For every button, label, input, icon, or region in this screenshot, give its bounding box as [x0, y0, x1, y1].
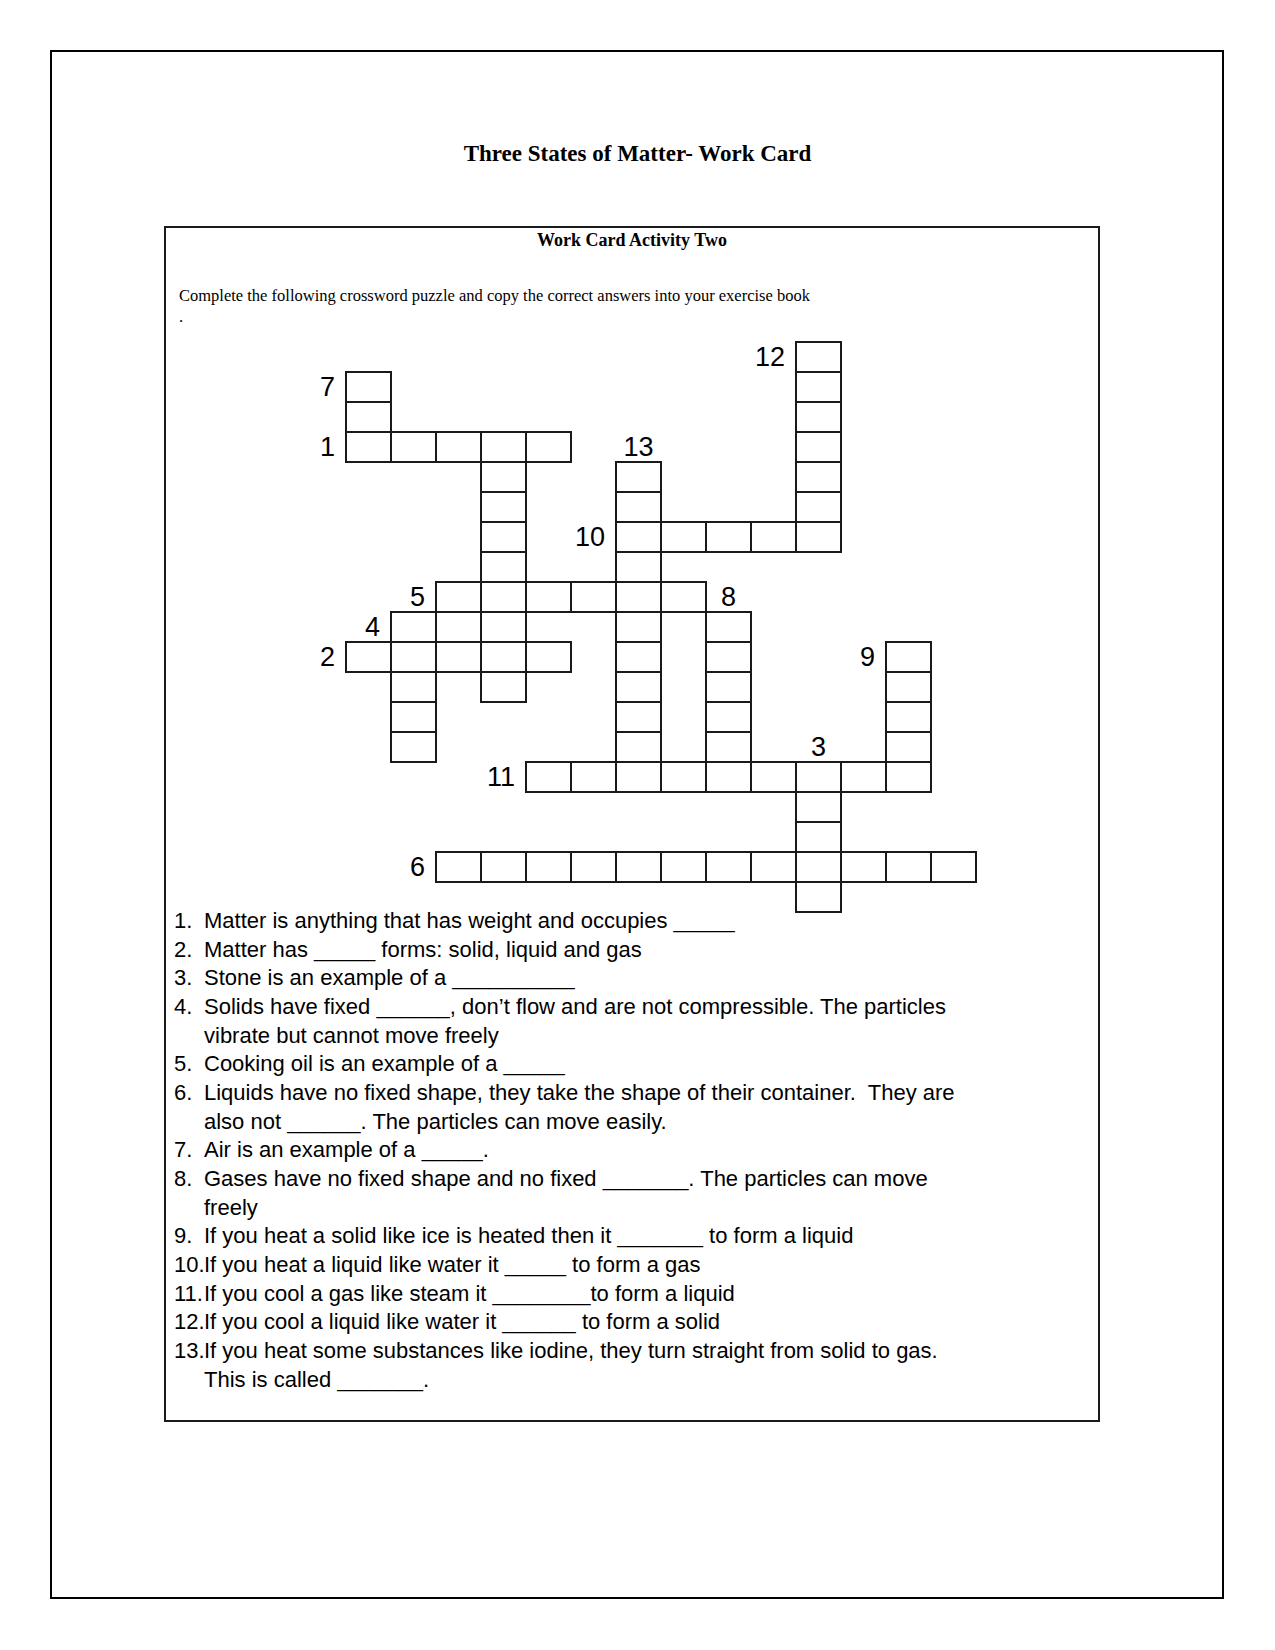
clue-item: 5.Cooking oil is an example of a _____: [174, 1050, 1100, 1079]
crossword-cell[interactable]: [345, 371, 392, 403]
crossword-cell[interactable]: [615, 701, 662, 733]
crossword-cell[interactable]: [795, 821, 842, 853]
clue-number: 12.: [174, 1308, 204, 1337]
crossword-cell[interactable]: [705, 761, 752, 793]
clue-number-label: 7: [289, 372, 335, 402]
clue-item: 13.If you heat some substances like iodi…: [174, 1337, 1100, 1394]
clue-item: 4.Solids have fixed ______, don’t flow a…: [174, 993, 1100, 1050]
crossword-cell[interactable]: [615, 491, 662, 523]
clue-text: Liquids have no fixed shape, they take t…: [204, 1079, 1100, 1136]
clue-number-label: 1: [289, 432, 335, 462]
crossword-cell[interactable]: [795, 461, 842, 493]
crossword-cell[interactable]: [930, 851, 977, 883]
crossword-cell[interactable]: [480, 641, 527, 673]
clue-item: 6.Liquids have no fixed shape, they take…: [174, 1079, 1100, 1136]
crossword-cell[interactable]: [615, 521, 662, 553]
crossword-corridor[interactable]: [660, 611, 707, 763]
crossword-cell[interactable]: [705, 521, 752, 553]
clue-number-label: 11: [469, 762, 515, 792]
clue-text: Gases have no fixed shape and no fixed _…: [204, 1165, 1100, 1222]
clue-text: If you heat some substances like iodine,…: [204, 1337, 1100, 1394]
clue-item: 11.If you cool a gas like steam it _____…: [174, 1280, 1100, 1309]
clue-line: If you cool a gas like steam it ________…: [204, 1280, 1100, 1309]
crossword-cell[interactable]: [885, 851, 932, 883]
crossword-cell[interactable]: [615, 761, 662, 793]
clue-item: 3.Stone is an example of a __________: [174, 964, 1100, 993]
clue-item: 9.If you heat a solid like ice is heated…: [174, 1222, 1100, 1251]
crossword-cell[interactable]: [390, 611, 437, 643]
clue-item: 8.Gases have no fixed shape and no fixed…: [174, 1165, 1100, 1222]
clue-text: Air is an example of a _____.: [204, 1136, 1100, 1165]
crossword-cell[interactable]: [480, 851, 527, 883]
clue-number-label: 3: [795, 734, 842, 760]
crossword-cell[interactable]: [705, 851, 752, 883]
clue-line: If you heat a liquid like water it _____…: [204, 1251, 1100, 1280]
clue-number-label: 6: [379, 852, 425, 882]
clue-line: freely: [204, 1194, 1100, 1223]
crossword-cell[interactable]: [705, 671, 752, 703]
crossword-cell[interactable]: [525, 581, 572, 613]
clue-text: If you heat a solid like ice is heated t…: [204, 1222, 1100, 1251]
crossword-cell[interactable]: [795, 791, 842, 823]
crossword-cell[interactable]: [435, 431, 482, 463]
crossword-cell[interactable]: [885, 731, 932, 763]
crossword-cell[interactable]: [525, 431, 572, 463]
clue-text: Matter has _____ forms: solid, liquid an…: [204, 936, 1100, 965]
instruction-text: Complete the following crossword puzzle …: [179, 286, 810, 306]
clue-number-label: 4: [334, 612, 380, 642]
clue-line: If you heat a solid like ice is heated t…: [204, 1222, 1100, 1251]
clue-number-label: 10: [559, 522, 605, 552]
clue-number: 6.: [174, 1079, 204, 1136]
crossword-cell[interactable]: [885, 641, 932, 673]
crossword-cell[interactable]: [615, 461, 662, 493]
crossword-cell[interactable]: [480, 521, 527, 553]
crossword-cell[interactable]: [615, 731, 662, 763]
clue-text: Solids have fixed ______, don’t flow and…: [204, 993, 1100, 1050]
clue-item: 1.Matter is anything that has weight and…: [174, 907, 1100, 936]
crossword-cell[interactable]: [750, 521, 797, 553]
crossword-cell[interactable]: [660, 761, 707, 793]
crossword-cell[interactable]: [705, 611, 752, 643]
crossword-cell[interactable]: [615, 851, 662, 883]
crossword-cell[interactable]: [615, 551, 662, 583]
clue-number: 1.: [174, 907, 204, 936]
clue-number: 13.: [174, 1337, 204, 1394]
card-title: Work Card Activity Two: [164, 230, 1100, 251]
clue-line: This is called _______.: [204, 1366, 1100, 1395]
crossword-cell[interactable]: [615, 671, 662, 703]
clue-line: Stone is an example of a __________: [204, 964, 1100, 993]
crossword-cell[interactable]: [390, 671, 437, 703]
crossword-cell[interactable]: [390, 701, 437, 733]
instruction-period: .: [179, 307, 183, 327]
crossword-cell[interactable]: [885, 761, 932, 793]
crossword-cell[interactable]: [660, 581, 707, 613]
clue-number-label: 13: [615, 434, 662, 460]
crossword-cell[interactable]: [795, 431, 842, 463]
crossword-cell[interactable]: [750, 761, 797, 793]
clue-number-label: 2: [289, 642, 335, 672]
clue-number-label: 8: [705, 584, 752, 610]
crossword-cell[interactable]: [570, 761, 617, 793]
crossword-cell[interactable]: [480, 431, 527, 463]
crossword-cell[interactable]: [390, 731, 437, 763]
clue-text: Matter is anything that has weight and o…: [204, 907, 1100, 936]
crossword-cell[interactable]: [615, 581, 662, 613]
crossword-cell[interactable]: [705, 701, 752, 733]
clue-line: also not ______. The particles can move …: [204, 1108, 1100, 1137]
clue-number: 10.: [174, 1251, 204, 1280]
clue-text: If you cool a liquid like water it _____…: [204, 1308, 1100, 1337]
clue-number: 5.: [174, 1050, 204, 1079]
clue-number: 2.: [174, 936, 204, 965]
crossword-cell[interactable]: [435, 581, 482, 613]
crossword-cell[interactable]: [795, 401, 842, 433]
clue-list: 1.Matter is anything that has weight and…: [174, 907, 1100, 1394]
crossword-cell[interactable]: [840, 761, 887, 793]
clue-line: Cooking oil is an example of a _____: [204, 1050, 1100, 1079]
crossword-cell[interactable]: [795, 521, 842, 553]
crossword-cell[interactable]: [795, 341, 842, 373]
crossword-cell[interactable]: [570, 581, 617, 613]
crossword-cell[interactable]: [345, 431, 392, 463]
clue-line: Matter is anything that has weight and o…: [204, 907, 1100, 936]
clue-text: Cooking oil is an example of a _____: [204, 1050, 1100, 1079]
clue-number: 8.: [174, 1165, 204, 1222]
crossword-cell[interactable]: [840, 851, 887, 883]
crossword-cell[interactable]: [525, 761, 572, 793]
crossword-cell[interactable]: [660, 521, 707, 553]
clue-line: If you heat some substances like iodine,…: [204, 1337, 1100, 1366]
crossword-cell[interactable]: [525, 851, 572, 883]
crossword-cell[interactable]: [705, 641, 752, 673]
crossword-cell[interactable]: [885, 701, 932, 733]
clue-number-label: 5: [379, 582, 425, 612]
worksheet-page: Three States of Matter- Work Card Work C…: [0, 0, 1275, 1650]
clue-text: Stone is an example of a __________: [204, 964, 1100, 993]
clue-number: 11.: [174, 1280, 204, 1309]
page-title: Three States of Matter- Work Card: [0, 141, 1275, 167]
clue-line: vibrate but cannot move freely: [204, 1022, 1100, 1051]
clue-text: If you heat a liquid like water it _____…: [204, 1251, 1100, 1280]
clue-number: 7.: [174, 1136, 204, 1165]
crossword-cell[interactable]: [345, 401, 392, 433]
crossword-cell[interactable]: [435, 641, 482, 673]
clue-number: 9.: [174, 1222, 204, 1251]
clue-item: 12.If you cool a liquid like water it __…: [174, 1308, 1100, 1337]
clue-number-label: 12: [739, 342, 785, 372]
crossword-cell[interactable]: [480, 551, 527, 583]
clue-item: 7.Air is an example of a _____.: [174, 1136, 1100, 1165]
crossword-cell[interactable]: [795, 851, 842, 883]
clue-line: If you cool a liquid like water it _____…: [204, 1308, 1100, 1337]
clue-text: If you cool a gas like steam it ________…: [204, 1280, 1100, 1309]
crossword-cell[interactable]: [390, 431, 437, 463]
clue-item: 2.Matter has _____ forms: solid, liquid …: [174, 936, 1100, 965]
clue-item: 10.If you heat a liquid like water it __…: [174, 1251, 1100, 1280]
crossword-cell[interactable]: [345, 641, 392, 673]
clue-line: Air is an example of a _____.: [204, 1136, 1100, 1165]
crossword-cell[interactable]: [570, 851, 617, 883]
crossword-cell[interactable]: [795, 371, 842, 403]
crossword-cell[interactable]: [615, 611, 662, 643]
clue-number: 3.: [174, 964, 204, 993]
crossword-cell[interactable]: [480, 611, 527, 643]
crossword-cell[interactable]: [480, 461, 527, 493]
crossword-cell[interactable]: [435, 611, 482, 643]
clue-line: Matter has _____ forms: solid, liquid an…: [204, 936, 1100, 965]
crossword-cell[interactable]: [435, 851, 482, 883]
crossword-cell[interactable]: [795, 491, 842, 523]
crossword-cell[interactable]: [480, 581, 527, 613]
clue-number: 4.: [174, 993, 204, 1050]
crossword-cell[interactable]: [480, 671, 527, 703]
clue-line: Liquids have no fixed shape, they take t…: [204, 1079, 1100, 1108]
crossword-cell[interactable]: [885, 671, 932, 703]
clue-line: Gases have no fixed shape and no fixed _…: [204, 1165, 1100, 1194]
crossword-cell[interactable]: [480, 491, 527, 523]
crossword-cell[interactable]: [615, 641, 662, 673]
crossword-cell[interactable]: [795, 761, 842, 793]
crossword-cell[interactable]: [525, 641, 572, 673]
crossword-cell[interactable]: [750, 851, 797, 883]
clue-number-label: 9: [829, 642, 875, 672]
clue-line: Solids have fixed ______, don’t flow and…: [204, 993, 1100, 1022]
crossword-cell[interactable]: [390, 641, 437, 673]
crossword-cell[interactable]: [660, 851, 707, 883]
crossword-cell[interactable]: [705, 731, 752, 763]
